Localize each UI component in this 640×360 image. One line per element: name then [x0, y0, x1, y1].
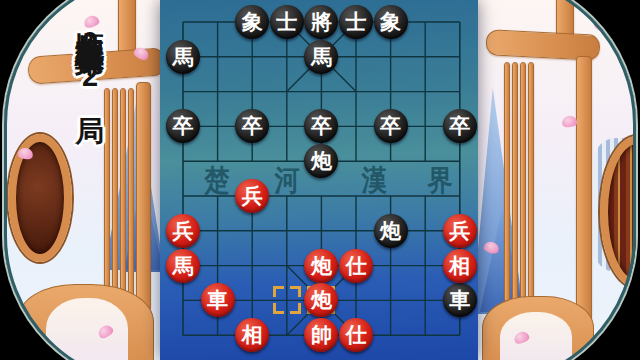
piece-black-r1c0[interactable]: 馬	[166, 40, 200, 74]
left-title-banner: 顺炮直車破横車第02局	[70, 10, 110, 358]
river-label: 河	[274, 161, 299, 199]
frame-bar	[112, 88, 118, 304]
piece-red-r7c0[interactable]: 馬	[166, 249, 200, 283]
river-label: 界	[427, 161, 452, 199]
piece-black-r1c4[interactable]: 馬	[304, 40, 338, 74]
piece-black-r6c6[interactable]: 炮	[374, 214, 408, 248]
piece-black-r0c2[interactable]: 象	[235, 5, 269, 39]
left-decor-panel: 顺炮直車破横車第02局	[0, 0, 160, 360]
frame-bar	[120, 88, 126, 304]
piece-red-r6c0[interactable]: 兵	[166, 214, 200, 248]
frame-bar	[520, 62, 526, 302]
piece-red-r7c4[interactable]: 炮	[304, 249, 338, 283]
piece-black-r0c5[interactable]: 士	[339, 5, 373, 39]
piece-red-r5c2[interactable]: 兵	[235, 179, 269, 213]
piece-red-r6c8[interactable]: 兵	[443, 214, 477, 248]
frame-cloud-cutout	[500, 312, 572, 360]
piece-red-r9c5[interactable]: 仕	[339, 318, 373, 352]
piece-black-r0c6[interactable]: 象	[374, 5, 408, 39]
xiangqi-board[interactable]: 楚河漢界象士將士象馬馬卒卒卒卒卒炮炮車兵兵兵馬炮仕相車炮相帥仕	[160, 0, 478, 360]
frame-bar	[576, 56, 592, 334]
river-label: 楚	[204, 161, 229, 199]
petal	[592, 17, 611, 35]
background: 顺炮直車破横車第02局 楚河漢界象士將士象馬馬卒卒卒卒卒炮炮車兵兵兵馬炮仕相車炮…	[0, 0, 640, 360]
piece-black-r8c8[interactable]: 車	[443, 283, 477, 317]
frame-bar	[504, 62, 510, 302]
piece-red-r8c1[interactable]: 車	[201, 283, 235, 317]
piece-red-r7c5[interactable]: 仕	[339, 249, 373, 283]
right-decor-panel: 反梅花谱	[478, 0, 640, 360]
river-label: 漢	[361, 161, 386, 199]
last-move-marker	[273, 286, 301, 314]
frame-bar	[512, 62, 518, 302]
piece-black-r3c8[interactable]: 卒	[443, 109, 477, 143]
frame-bar	[528, 62, 534, 302]
thumbnail-frame: 顺炮直車破横車第02局 楚河漢界象士將士象馬馬卒卒卒卒卒炮炮車兵兵兵馬炮仕相車炮…	[0, 0, 640, 360]
frame-bar	[128, 88, 134, 304]
frame-bar	[136, 82, 151, 312]
piece-black-r0c3[interactable]: 士	[270, 5, 304, 39]
piece-black-r3c6[interactable]: 卒	[374, 109, 408, 143]
piece-red-r7c8[interactable]: 相	[443, 249, 477, 283]
